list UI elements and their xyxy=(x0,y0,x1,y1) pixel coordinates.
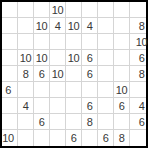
cell-r5c6-clue-6[interactable]: 6 xyxy=(82,66,98,82)
cell-r6c9[interactable] xyxy=(130,82,146,98)
cell-r3c4[interactable] xyxy=(50,34,66,50)
cell-r6c1-clue-6[interactable]: 6 xyxy=(2,82,18,98)
cell-r2c2[interactable] xyxy=(18,18,34,34)
cell-r4c2-clue-10[interactable]: 10 xyxy=(18,50,34,66)
cell-r7c9-clue-4[interactable]: 4 xyxy=(130,98,146,114)
cell-r4c8[interactable] xyxy=(114,50,130,66)
cell-r3c7[interactable] xyxy=(98,34,114,50)
cell-r6c2[interactable] xyxy=(18,82,34,98)
cell-r9c1-clue-10[interactable]: 10 xyxy=(2,130,18,146)
cell-r3c3[interactable] xyxy=(34,34,50,50)
cell-r4c1[interactable] xyxy=(2,50,18,66)
cell-r3c6[interactable] xyxy=(82,34,98,50)
cell-r7c2-clue-4[interactable]: 4 xyxy=(18,98,34,114)
cell-r9c3[interactable] xyxy=(34,130,50,146)
cell-r6c3[interactable] xyxy=(34,82,50,98)
cell-r9c6[interactable] xyxy=(82,130,98,146)
cell-r1c6[interactable] xyxy=(82,2,98,18)
cell-r4c5-clue-10[interactable]: 10 xyxy=(66,50,82,66)
cell-r6c6[interactable] xyxy=(82,82,98,98)
cell-r1c2[interactable] xyxy=(18,2,34,18)
puzzle-board: 1010410481010101066861068610466468610668 xyxy=(0,0,148,148)
cell-r9c4[interactable] xyxy=(50,130,66,146)
cell-r9c8-clue-8[interactable]: 8 xyxy=(114,130,130,146)
cell-r7c3[interactable] xyxy=(34,98,50,114)
cell-r4c7[interactable] xyxy=(98,50,114,66)
cell-r8c2[interactable] xyxy=(18,114,34,130)
cell-r8c4[interactable] xyxy=(50,114,66,130)
cell-r7c4[interactable] xyxy=(50,98,66,114)
cell-r1c3[interactable] xyxy=(34,2,50,18)
cell-r4c3-clue-10[interactable]: 10 xyxy=(34,50,50,66)
cell-r1c5[interactable] xyxy=(66,2,82,18)
cell-r3c2[interactable] xyxy=(18,34,34,50)
cell-r3c5[interactable] xyxy=(66,34,82,50)
cell-r9c5-clue-6[interactable]: 6 xyxy=(66,130,82,146)
cell-r8c3-clue-6[interactable]: 6 xyxy=(34,114,50,130)
cell-r7c1[interactable] xyxy=(2,98,18,114)
cell-r8c1[interactable] xyxy=(2,114,18,130)
cell-r7c6-clue-6[interactable]: 6 xyxy=(82,98,98,114)
cell-r5c8[interactable] xyxy=(114,66,130,82)
cell-r1c9[interactable] xyxy=(130,2,146,18)
cell-r6c7[interactable] xyxy=(98,82,114,98)
cell-r2c5-clue-10[interactable]: 10 xyxy=(66,18,82,34)
cell-r9c7-clue-6[interactable]: 6 xyxy=(98,130,114,146)
cell-r7c7[interactable] xyxy=(98,98,114,114)
cell-r7c5[interactable] xyxy=(66,98,82,114)
cell-r9c9[interactable] xyxy=(130,130,146,146)
cell-r2c9-clue-8[interactable]: 8 xyxy=(130,18,146,34)
cell-r8c9-clue-6[interactable]: 6 xyxy=(130,114,146,130)
cell-r6c5[interactable] xyxy=(66,82,82,98)
cell-r8c7[interactable] xyxy=(98,114,114,130)
cell-r5c7[interactable] xyxy=(98,66,114,82)
cell-r2c8[interactable] xyxy=(114,18,130,34)
cell-r1c8[interactable] xyxy=(114,2,130,18)
cell-r8c5[interactable] xyxy=(66,114,82,130)
cell-r4c9-clue-6[interactable]: 6 xyxy=(130,50,146,66)
cell-r7c8-clue-6[interactable]: 6 xyxy=(114,98,130,114)
cell-r3c8[interactable] xyxy=(114,34,130,50)
cell-r4c4[interactable] xyxy=(50,50,66,66)
cell-r4c6-clue-6[interactable]: 6 xyxy=(82,50,98,66)
cell-r2c4-clue-4[interactable]: 4 xyxy=(50,18,66,34)
cell-r9c2[interactable] xyxy=(18,130,34,146)
cell-r3c1[interactable] xyxy=(2,34,18,50)
cell-r6c4[interactable] xyxy=(50,82,66,98)
cell-r5c4-clue-10[interactable]: 10 xyxy=(50,66,66,82)
cell-r6c8-clue-10[interactable]: 10 xyxy=(114,82,130,98)
cell-r5c9-clue-8[interactable]: 8 xyxy=(130,66,146,82)
cell-r1c7[interactable] xyxy=(98,2,114,18)
cell-r2c1[interactable] xyxy=(2,18,18,34)
cell-r1c4-clue-10[interactable]: 10 xyxy=(50,2,66,18)
cell-r2c3-clue-10[interactable]: 10 xyxy=(34,18,50,34)
cell-r5c1[interactable] xyxy=(2,66,18,82)
cell-r8c6-clue-8[interactable]: 8 xyxy=(82,114,98,130)
cell-r1c1[interactable] xyxy=(2,2,18,18)
cell-r5c3-clue-6[interactable]: 6 xyxy=(34,66,50,82)
cell-r5c5[interactable] xyxy=(66,66,82,82)
cell-r2c7[interactable] xyxy=(98,18,114,34)
cell-r5c2-clue-8[interactable]: 8 xyxy=(18,66,34,82)
cell-r8c8[interactable] xyxy=(114,114,130,130)
cell-r3c9-clue-10[interactable]: 10 xyxy=(130,34,146,50)
cell-r2c6-clue-4[interactable]: 4 xyxy=(82,18,98,34)
